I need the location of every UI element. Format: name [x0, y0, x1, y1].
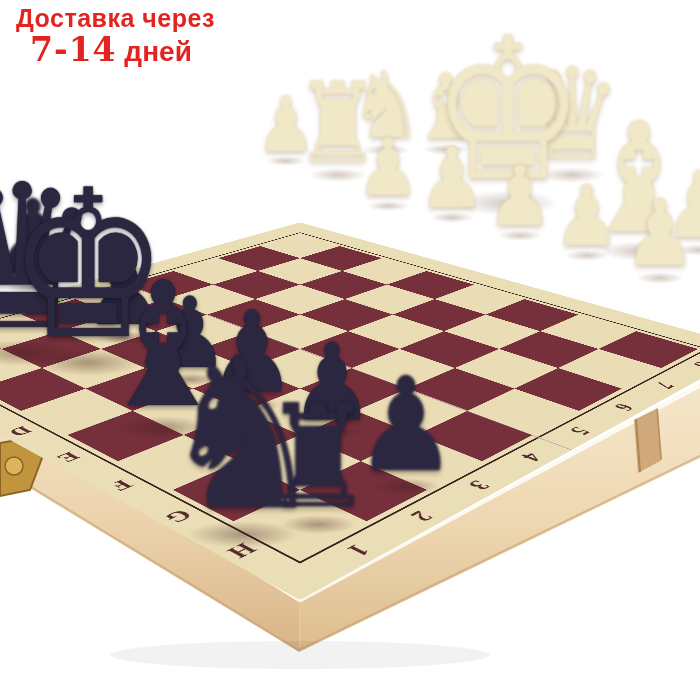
delivery-promo-text: Доставка через 7-14 дней [16, 4, 215, 69]
promo-days-word: дней [117, 36, 192, 67]
promo-line2: 7-14 дней [30, 32, 215, 69]
promo-days-range: 7-14 [30, 30, 117, 69]
product-photo: ABCDEFGH 87654321 ♛♚♝♞♜♟♟♟♟♟♟♜♞♝♚♛♝♟♟♟♟♟… [0, 0, 700, 700]
promo-line1: Доставка через [16, 4, 215, 32]
